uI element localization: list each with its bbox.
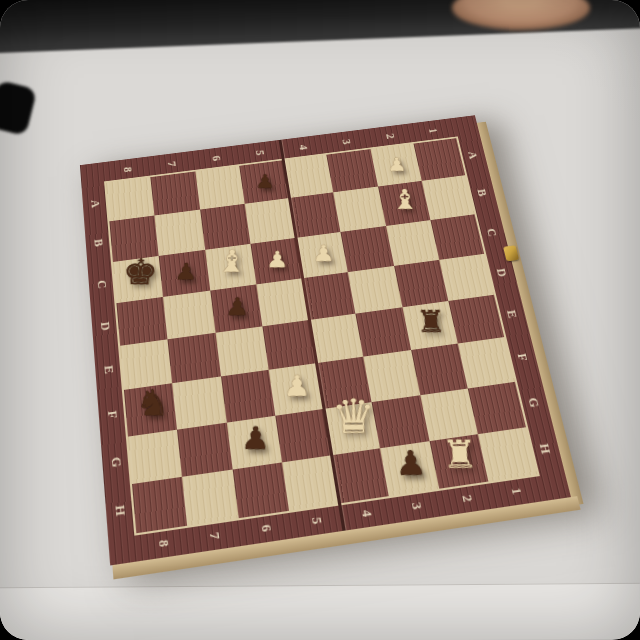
square-c6[interactable]: ♝	[205, 243, 256, 290]
square-f8[interactable]: ♞	[124, 383, 177, 436]
table-near-edge	[0, 583, 640, 640]
square-a8[interactable]	[106, 177, 155, 221]
piece-black-pawn-g6[interactable]: ♟	[241, 424, 271, 454]
square-b1[interactable]	[422, 175, 475, 219]
piece-black-pawn-d6[interactable]: ♟	[225, 295, 250, 318]
square-a6[interactable]	[195, 166, 245, 210]
square-c5[interactable]: ♟	[250, 237, 302, 284]
piece-white-bishop-c6[interactable]: ♝	[216, 248, 248, 277]
square-e1[interactable]	[448, 295, 504, 344]
square-e6[interactable]	[215, 326, 268, 376]
square-d3[interactable]	[348, 266, 402, 314]
piece-white-pawn-f5[interactable]: ♟	[284, 373, 312, 400]
square-e4[interactable]	[309, 314, 364, 364]
square-g8[interactable]	[128, 429, 182, 484]
piece-white-queen-g4[interactable]: ♛	[331, 394, 376, 439]
square-a4[interactable]	[283, 155, 334, 199]
piece-black-knight-f8[interactable]: ♞	[134, 386, 170, 420]
square-a3[interactable]	[327, 149, 378, 192]
piece-black-rook-e2[interactable]: ♜	[416, 307, 447, 336]
square-b6[interactable]	[200, 204, 250, 249]
piece-white-rook-h2[interactable]: ♜	[441, 436, 479, 473]
square-e5[interactable]	[262, 320, 316, 370]
photo-frame: 87654321 87654321 ABCDEFGH ABCDEFGH ♟♟♝♚…	[0, 0, 640, 640]
chess-board: 87654321 87654321 ABCDEFGH ABCDEFGH ♟♟♝♚…	[80, 115, 571, 565]
square-d6[interactable]: ♟	[210, 284, 262, 333]
square-d7[interactable]	[163, 290, 215, 339]
square-b7[interactable]	[155, 210, 205, 256]
square-f6[interactable]	[221, 370, 275, 422]
piece-white-pawn-c4[interactable]: ♟	[312, 243, 335, 264]
piece-white-bishop-b2[interactable]: ♝	[391, 187, 420, 213]
square-e3[interactable]	[356, 307, 411, 357]
square-c4[interactable]: ♟	[295, 232, 347, 279]
square-b3[interactable]	[333, 187, 385, 232]
square-g7[interactable]	[177, 422, 232, 476]
square-d5[interactable]	[256, 278, 309, 326]
square-f5[interactable]: ♟	[268, 363, 323, 415]
square-f7[interactable]	[172, 377, 226, 429]
square-g6[interactable]: ♟	[226, 415, 282, 469]
piece-black-pawn-c7[interactable]: ♟	[174, 261, 198, 283]
piece-white-pawn-c5[interactable]: ♟	[266, 249, 289, 270]
brass-clasp-icon	[503, 246, 519, 262]
piece-black-king-c8[interactable]: ♚	[121, 256, 158, 289]
square-h8[interactable]	[132, 477, 187, 534]
square-d8[interactable]	[116, 297, 167, 346]
piece-black-pawn-h3[interactable]: ♟	[395, 448, 428, 480]
black-object	[0, 80, 37, 136]
square-g5[interactable]	[275, 408, 331, 462]
square-b5[interactable]	[244, 198, 295, 243]
square-h6[interactable]	[232, 462, 289, 518]
square-d4[interactable]	[302, 272, 355, 320]
square-c3[interactable]	[341, 226, 394, 272]
square-a7[interactable]	[151, 171, 200, 215]
piece-white-pawn-a2[interactable]: ♟	[387, 157, 407, 175]
square-a5[interactable]: ♟	[239, 160, 289, 204]
square-b4[interactable]	[289, 192, 341, 237]
square-e7[interactable]	[168, 333, 221, 384]
board-scene: 87654321 87654321 ABCDEFGH ABCDEFGH ♟♟♝♚…	[94, 105, 524, 535]
square-c8[interactable]: ♚	[113, 255, 163, 302]
square-d1[interactable]	[439, 254, 494, 301]
square-c1[interactable]	[430, 214, 484, 260]
piece-black-pawn-a5[interactable]: ♟	[255, 173, 275, 191]
square-c7[interactable]: ♟	[159, 249, 210, 296]
square-h7[interactable]	[182, 469, 238, 525]
square-f1[interactable]	[458, 337, 515, 388]
square-a1[interactable]	[413, 138, 465, 181]
